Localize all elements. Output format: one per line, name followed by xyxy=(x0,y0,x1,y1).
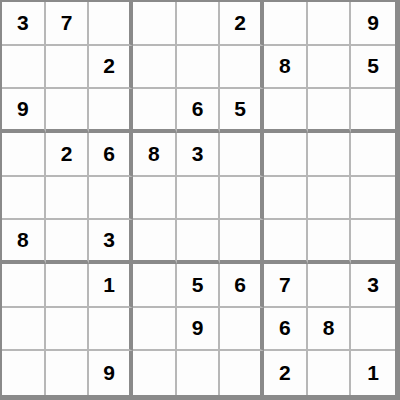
cell-r8c7[interactable]: 6 xyxy=(264,308,308,352)
cell-r6c2[interactable] xyxy=(46,220,90,264)
cell-r5c3[interactable] xyxy=(89,177,133,221)
cell-r2c3[interactable]: 2 xyxy=(89,46,133,90)
cell-r9c7[interactable]: 2 xyxy=(264,351,308,395)
cell-r7c3[interactable]: 1 xyxy=(89,264,133,308)
cell-r1c8[interactable] xyxy=(308,2,352,46)
cell-r7c1[interactable] xyxy=(2,264,46,308)
cell-r9c3[interactable]: 9 xyxy=(89,351,133,395)
cell-r2c8[interactable] xyxy=(308,46,352,90)
cell-r6c1[interactable]: 8 xyxy=(2,220,46,264)
cell-r8c5[interactable]: 9 xyxy=(177,308,221,352)
cell-r5c6[interactable] xyxy=(220,177,264,221)
cell-r8c1[interactable] xyxy=(2,308,46,352)
cell-r7c4[interactable] xyxy=(133,264,177,308)
cell-r4c2[interactable]: 2 xyxy=(46,133,90,177)
cell-r6c3[interactable]: 3 xyxy=(89,220,133,264)
cell-r3c4[interactable] xyxy=(133,89,177,133)
cell-r4c8[interactable] xyxy=(308,133,352,177)
cell-r3c1[interactable]: 9 xyxy=(2,89,46,133)
cell-r6c9[interactable] xyxy=(351,220,395,264)
cell-r2c6[interactable] xyxy=(220,46,264,90)
cell-r3c7[interactable] xyxy=(264,89,308,133)
cell-r1c9[interactable]: 9 xyxy=(351,2,395,46)
cell-r6c4[interactable] xyxy=(133,220,177,264)
cell-r7c5[interactable]: 5 xyxy=(177,264,221,308)
cell-r9c2[interactable] xyxy=(46,351,90,395)
cell-r9c8[interactable] xyxy=(308,351,352,395)
cell-r7c6[interactable]: 6 xyxy=(220,264,264,308)
cell-r6c5[interactable] xyxy=(177,220,221,264)
cell-r1c3[interactable] xyxy=(89,2,133,46)
cell-r3c9[interactable] xyxy=(351,89,395,133)
cell-r3c5[interactable]: 6 xyxy=(177,89,221,133)
cell-r4c9[interactable] xyxy=(351,133,395,177)
cell-r1c5[interactable] xyxy=(177,2,221,46)
cell-r3c8[interactable] xyxy=(308,89,352,133)
cell-r9c4[interactable] xyxy=(133,351,177,395)
cell-r5c5[interactable] xyxy=(177,177,221,221)
cell-r9c5[interactable] xyxy=(177,351,221,395)
cell-r1c6[interactable]: 2 xyxy=(220,2,264,46)
cell-r1c7[interactable] xyxy=(264,2,308,46)
cell-r7c8[interactable] xyxy=(308,264,352,308)
sudoku-board: 372928596526838315673968921 xyxy=(0,0,400,400)
cell-r8c8[interactable]: 8 xyxy=(308,308,352,352)
cell-r5c8[interactable] xyxy=(308,177,352,221)
cell-r8c3[interactable] xyxy=(89,308,133,352)
cell-r9c6[interactable] xyxy=(220,351,264,395)
cell-r3c3[interactable] xyxy=(89,89,133,133)
cell-r8c9[interactable] xyxy=(351,308,395,352)
cell-r8c2[interactable] xyxy=(46,308,90,352)
cell-r7c9[interactable]: 3 xyxy=(351,264,395,308)
cell-r2c7[interactable]: 8 xyxy=(264,46,308,90)
cell-r4c3[interactable]: 6 xyxy=(89,133,133,177)
cell-r2c2[interactable] xyxy=(46,46,90,90)
cell-r2c5[interactable] xyxy=(177,46,221,90)
cell-r5c9[interactable] xyxy=(351,177,395,221)
cell-r2c4[interactable] xyxy=(133,46,177,90)
cell-r5c1[interactable] xyxy=(2,177,46,221)
cell-r3c2[interactable] xyxy=(46,89,90,133)
cell-r8c4[interactable] xyxy=(133,308,177,352)
cell-r1c4[interactable] xyxy=(133,2,177,46)
cell-r4c7[interactable] xyxy=(264,133,308,177)
cell-r3c6[interactable]: 5 xyxy=(220,89,264,133)
cell-r6c7[interactable] xyxy=(264,220,308,264)
cell-r5c7[interactable] xyxy=(264,177,308,221)
cell-r4c1[interactable] xyxy=(2,133,46,177)
cell-r4c6[interactable] xyxy=(220,133,264,177)
cell-r5c4[interactable] xyxy=(133,177,177,221)
cell-r4c5[interactable]: 3 xyxy=(177,133,221,177)
cell-r6c8[interactable] xyxy=(308,220,352,264)
cell-r8c6[interactable] xyxy=(220,308,264,352)
cell-r7c2[interactable] xyxy=(46,264,90,308)
cell-r4c4[interactable]: 8 xyxy=(133,133,177,177)
cell-r7c7[interactable]: 7 xyxy=(264,264,308,308)
cell-r1c2[interactable]: 7 xyxy=(46,2,90,46)
cell-r5c2[interactable] xyxy=(46,177,90,221)
cell-r2c1[interactable] xyxy=(2,46,46,90)
cell-r9c9[interactable]: 1 xyxy=(351,351,395,395)
cell-r9c1[interactable] xyxy=(2,351,46,395)
cell-r6c6[interactable] xyxy=(220,220,264,264)
cell-r2c9[interactable]: 5 xyxy=(351,46,395,90)
cell-r1c1[interactable]: 3 xyxy=(2,2,46,46)
